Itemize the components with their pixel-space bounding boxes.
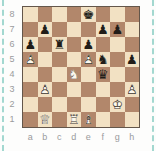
square-f4[interactable]: ♛ [96, 67, 111, 82]
file-label-b: b [38, 132, 53, 142]
square-h2[interactable] [125, 97, 140, 112]
file-labels: abcdefgh [23, 132, 139, 142]
square-g5[interactable] [110, 52, 125, 67]
square-e4[interactable] [81, 67, 96, 82]
square-e7[interactable] [81, 22, 96, 37]
square-h7[interactable] [125, 22, 140, 37]
square-d4[interactable]: ♞♘ [67, 67, 82, 82]
square-c3[interactable] [52, 82, 67, 97]
square-f6[interactable] [96, 37, 111, 52]
square-b7[interactable]: ♟ [38, 22, 53, 37]
file-label-h: h [125, 132, 140, 142]
square-e1[interactable]: ♝♗ [81, 112, 96, 127]
square-d3[interactable] [67, 82, 82, 97]
square-c1[interactable] [52, 112, 67, 127]
rank-labels: 87654321 [7, 7, 17, 127]
square-a8[interactable] [23, 7, 38, 22]
square-f2[interactable] [96, 97, 111, 112]
square-f5[interactable]: ♞ [96, 52, 111, 67]
chessboard[interactable]: ♚♟♟♟♟♜♟♟♙♟♙♞♟♞♘♛♟♙♟♙♚♔♛♕♜♖♝♗ [22, 6, 140, 128]
file-label-d: d [67, 132, 82, 142]
bishop-glyph-outline: ♗ [81, 112, 96, 127]
knight-glyph-outline: ♘ [67, 67, 82, 82]
square-d8[interactable] [67, 7, 82, 22]
page-edge-dashed-right [152, 0, 154, 151]
file-label-f: f [96, 132, 111, 142]
square-g8[interactable] [110, 7, 125, 22]
square-g7[interactable]: ♟ [110, 22, 125, 37]
square-a2[interactable] [23, 97, 38, 112]
piece-white-pawn[interactable]: ♟♙ [81, 52, 96, 67]
piece-white-pawn[interactable]: ♟♙ [125, 82, 140, 97]
rank-label-1: 1 [7, 112, 17, 127]
square-c4[interactable] [52, 67, 67, 82]
king-glyph-outline: ♔ [110, 97, 125, 112]
square-e3[interactable] [81, 82, 96, 97]
rank-label-4: 4 [7, 67, 17, 82]
queen-glyph-outline: ♕ [38, 112, 53, 127]
rank-label-2: 2 [7, 97, 17, 112]
square-c2[interactable] [52, 97, 67, 112]
square-h4[interactable] [125, 67, 140, 82]
rank-label-7: 7 [7, 22, 17, 37]
piece-black-rook[interactable]: ♜ [52, 37, 67, 52]
square-f1[interactable] [96, 112, 111, 127]
square-f7[interactable]: ♟ [96, 22, 111, 37]
rank-label-5: 5 [7, 52, 17, 67]
square-f3[interactable] [96, 82, 111, 97]
file-label-c: c [52, 132, 67, 142]
square-e5[interactable]: ♟♙ [81, 52, 96, 67]
square-a1[interactable] [23, 112, 38, 127]
square-a4[interactable] [23, 67, 38, 82]
square-h6[interactable] [125, 37, 140, 52]
piece-white-knight[interactable]: ♞♘ [67, 67, 82, 82]
square-b1[interactable]: ♛♕ [38, 112, 53, 127]
pawn-glyph-outline: ♙ [125, 82, 140, 97]
square-b5[interactable] [38, 52, 53, 67]
pawn-glyph-outline: ♙ [38, 82, 53, 97]
square-g1[interactable] [110, 112, 125, 127]
piece-white-pawn[interactable]: ♟♙ [23, 52, 38, 67]
piece-black-pawn[interactable]: ♟ [23, 37, 38, 52]
square-b2[interactable] [38, 97, 53, 112]
square-g4[interactable] [110, 67, 125, 82]
square-h8[interactable] [125, 7, 140, 22]
square-e6[interactable]: ♟ [81, 37, 96, 52]
square-c5[interactable] [52, 52, 67, 67]
square-c7[interactable] [52, 22, 67, 37]
piece-white-queen[interactable]: ♛♕ [38, 112, 53, 127]
file-label-a: a [23, 132, 38, 142]
piece-black-knight[interactable]: ♞ [96, 52, 111, 67]
rook-glyph-outline: ♖ [67, 112, 82, 127]
square-d5[interactable] [67, 52, 82, 67]
piece-white-king[interactable]: ♚♔ [110, 97, 125, 112]
square-d6[interactable] [67, 37, 82, 52]
piece-white-pawn[interactable]: ♟♙ [38, 82, 53, 97]
piece-black-pawn[interactable]: ♟ [96, 22, 111, 37]
piece-black-pawn[interactable]: ♟ [125, 52, 140, 67]
square-f8[interactable] [96, 7, 111, 22]
rank-label-6: 6 [7, 37, 17, 52]
square-e2[interactable] [81, 97, 96, 112]
pawn-glyph-outline: ♙ [23, 52, 38, 67]
square-g2[interactable]: ♚♔ [110, 97, 125, 112]
square-e8[interactable]: ♚ [81, 7, 96, 22]
square-b3[interactable]: ♟♙ [38, 82, 53, 97]
piece-black-queen[interactable]: ♛ [96, 67, 111, 82]
piece-black-pawn[interactable]: ♟ [110, 22, 125, 37]
square-a7[interactable] [23, 22, 38, 37]
square-c8[interactable] [52, 7, 67, 22]
square-d2[interactable] [67, 97, 82, 112]
square-h3[interactable]: ♟♙ [125, 82, 140, 97]
rank-label-8: 8 [7, 7, 17, 22]
square-b8[interactable] [38, 7, 53, 22]
square-c6[interactable]: ♜ [52, 37, 67, 52]
rank-label-3: 3 [7, 82, 17, 97]
piece-white-rook[interactable]: ♜♖ [67, 112, 82, 127]
square-a3[interactable] [23, 82, 38, 97]
square-g3[interactable] [110, 82, 125, 97]
square-b4[interactable] [38, 67, 53, 82]
pawn-glyph-outline: ♙ [81, 52, 96, 67]
piece-black-pawn[interactable]: ♟ [38, 22, 53, 37]
square-b6[interactable] [38, 37, 53, 52]
piece-black-king[interactable]: ♚ [81, 7, 96, 22]
file-label-g: g [110, 132, 125, 142]
square-d7[interactable] [67, 22, 82, 37]
square-d1[interactable]: ♜♖ [67, 112, 82, 127]
square-h1[interactable] [125, 112, 140, 127]
piece-white-bishop[interactable]: ♝♗ [81, 112, 96, 127]
square-h5[interactable]: ♟ [125, 52, 140, 67]
file-label-e: e [81, 132, 96, 142]
piece-black-pawn[interactable]: ♟ [81, 37, 96, 52]
square-g6[interactable] [110, 37, 125, 52]
square-a6[interactable]: ♟ [23, 37, 38, 52]
page-edge-dashed-left [2, 0, 4, 151]
square-a5[interactable]: ♟♙ [23, 52, 38, 67]
